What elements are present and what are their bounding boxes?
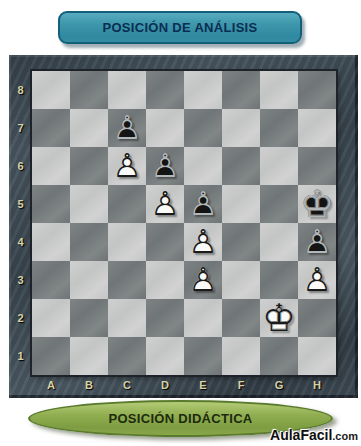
square-f5 xyxy=(222,185,260,223)
square-f1 xyxy=(222,337,260,375)
square-d2 xyxy=(146,299,184,337)
square-g4 xyxy=(260,223,298,261)
square-c3 xyxy=(108,261,146,299)
white-pawn-h3: ♟♙ xyxy=(298,261,336,299)
black-pawn-glyph-outline: ♙ xyxy=(108,109,146,147)
rank-label-7: 7 xyxy=(9,109,32,147)
square-c8 xyxy=(108,71,146,109)
square-a6 xyxy=(32,147,70,185)
white-pawn-glyph-outline: ♙ xyxy=(184,223,222,261)
square-f8 xyxy=(222,71,260,109)
square-g7 xyxy=(260,109,298,147)
square-a2 xyxy=(32,299,70,337)
white-pawn-glyph-outline: ♙ xyxy=(298,261,336,299)
square-c1 xyxy=(108,337,146,375)
rank-label-6: 6 xyxy=(9,147,32,185)
analysis-banner: POSICIÓN DE ANÁLISIS xyxy=(58,11,302,44)
file-label-a: A xyxy=(32,375,70,398)
square-a7 xyxy=(32,109,70,147)
square-c6: ♟♙ xyxy=(108,147,146,185)
square-c4 xyxy=(108,223,146,261)
rank-label-5: 5 xyxy=(9,185,32,223)
rank-label-1: 1 xyxy=(9,337,32,375)
white-pawn-e3: ♟♙ xyxy=(184,261,222,299)
rank-label-2: 2 xyxy=(9,299,32,337)
square-h6 xyxy=(298,147,336,185)
rank-label-8: 8 xyxy=(9,71,32,109)
file-label-d: D xyxy=(146,375,184,398)
file-label-e: E xyxy=(184,375,222,398)
watermark-tld: .com xyxy=(332,430,358,442)
analysis-banner-label: POSICIÓN DE ANÁLISIS xyxy=(102,20,257,35)
square-d7 xyxy=(146,109,184,147)
square-h8 xyxy=(298,71,336,109)
file-label-f: F xyxy=(222,375,260,398)
square-f6 xyxy=(222,147,260,185)
didactic-banner-label: POSICIÓN DIDÁCTICA xyxy=(108,411,252,426)
square-b1 xyxy=(70,337,108,375)
square-d4 xyxy=(146,223,184,261)
square-h1 xyxy=(298,337,336,375)
square-e6 xyxy=(184,147,222,185)
square-c2 xyxy=(108,299,146,337)
black-king-h5: ♚♔ xyxy=(298,185,336,223)
square-a3 xyxy=(32,261,70,299)
square-d3 xyxy=(146,261,184,299)
square-a1 xyxy=(32,337,70,375)
square-b4 xyxy=(70,223,108,261)
square-e8 xyxy=(184,71,222,109)
square-f4 xyxy=(222,223,260,261)
black-pawn-c7: ♟♙ xyxy=(108,109,146,147)
square-d1 xyxy=(146,337,184,375)
white-pawn-d5: ♟♙ xyxy=(146,185,184,223)
square-b6 xyxy=(70,147,108,185)
rank-label-3: 3 xyxy=(9,261,32,299)
watermark: AulaFacil.com xyxy=(270,426,358,444)
chess-board-frame: 87654321 ♟♙♟♙♟♙♟♙♟♙♚♔♟♙♟♙♟♙♟♙♚♔ ABCDEFGH xyxy=(9,55,358,398)
white-pawn-glyph-outline: ♙ xyxy=(108,147,146,185)
black-pawn-glyph-outline: ♙ xyxy=(298,223,336,261)
square-d5: ♟♙ xyxy=(146,185,184,223)
square-h5: ♚♔ xyxy=(298,185,336,223)
white-pawn-e4: ♟♙ xyxy=(184,223,222,261)
black-pawn-h4: ♟♙ xyxy=(298,223,336,261)
square-d8 xyxy=(146,71,184,109)
square-g1 xyxy=(260,337,298,375)
square-g3 xyxy=(260,261,298,299)
square-a8 xyxy=(32,71,70,109)
square-b5 xyxy=(70,185,108,223)
square-g8 xyxy=(260,71,298,109)
black-king-glyph-outline: ♔ xyxy=(298,185,336,223)
rank-label-4: 4 xyxy=(9,223,32,261)
file-label-b: B xyxy=(70,375,108,398)
square-f7 xyxy=(222,109,260,147)
square-c7: ♟♙ xyxy=(108,109,146,147)
white-pawn-glyph-outline: ♙ xyxy=(146,185,184,223)
square-h3: ♟♙ xyxy=(298,261,336,299)
square-a5 xyxy=(32,185,70,223)
white-pawn-c6: ♟♙ xyxy=(108,147,146,185)
square-e3: ♟♙ xyxy=(184,261,222,299)
square-g6 xyxy=(260,147,298,185)
black-pawn-glyph-outline: ♙ xyxy=(146,147,184,185)
square-b8 xyxy=(70,71,108,109)
rank-labels: 87654321 xyxy=(9,71,32,375)
square-e7 xyxy=(184,109,222,147)
square-f2 xyxy=(222,299,260,337)
chess-board: ♟♙♟♙♟♙♟♙♟♙♚♔♟♙♟♙♟♙♟♙♚♔ xyxy=(32,71,336,375)
square-e4: ♟♙ xyxy=(184,223,222,261)
black-pawn-e5: ♟♙ xyxy=(184,185,222,223)
black-pawn-d6: ♟♙ xyxy=(146,147,184,185)
square-a4 xyxy=(32,223,70,261)
file-labels: ABCDEFGH xyxy=(32,375,336,398)
white-king-glyph-outline: ♔ xyxy=(260,299,298,337)
square-b2 xyxy=(70,299,108,337)
file-label-c: C xyxy=(108,375,146,398)
square-c5 xyxy=(108,185,146,223)
white-king-g2: ♚♔ xyxy=(260,299,298,337)
square-g2: ♚♔ xyxy=(260,299,298,337)
black-pawn-glyph-outline: ♙ xyxy=(184,185,222,223)
square-f3 xyxy=(222,261,260,299)
square-b7 xyxy=(70,109,108,147)
watermark-name: AulaFacil xyxy=(270,427,332,443)
square-d6: ♟♙ xyxy=(146,147,184,185)
file-label-h: H xyxy=(298,375,336,398)
file-label-g: G xyxy=(260,375,298,398)
square-g5 xyxy=(260,185,298,223)
chess-diagram: POSICIÓN DE ANÁLISIS 87654321 ♟♙♟♙♟♙♟♙♟♙… xyxy=(0,0,361,446)
square-e5: ♟♙ xyxy=(184,185,222,223)
square-e2 xyxy=(184,299,222,337)
square-h2 xyxy=(298,299,336,337)
square-e1 xyxy=(184,337,222,375)
square-h4: ♟♙ xyxy=(298,223,336,261)
square-h7 xyxy=(298,109,336,147)
white-pawn-glyph-outline: ♙ xyxy=(184,261,222,299)
square-b3 xyxy=(70,261,108,299)
